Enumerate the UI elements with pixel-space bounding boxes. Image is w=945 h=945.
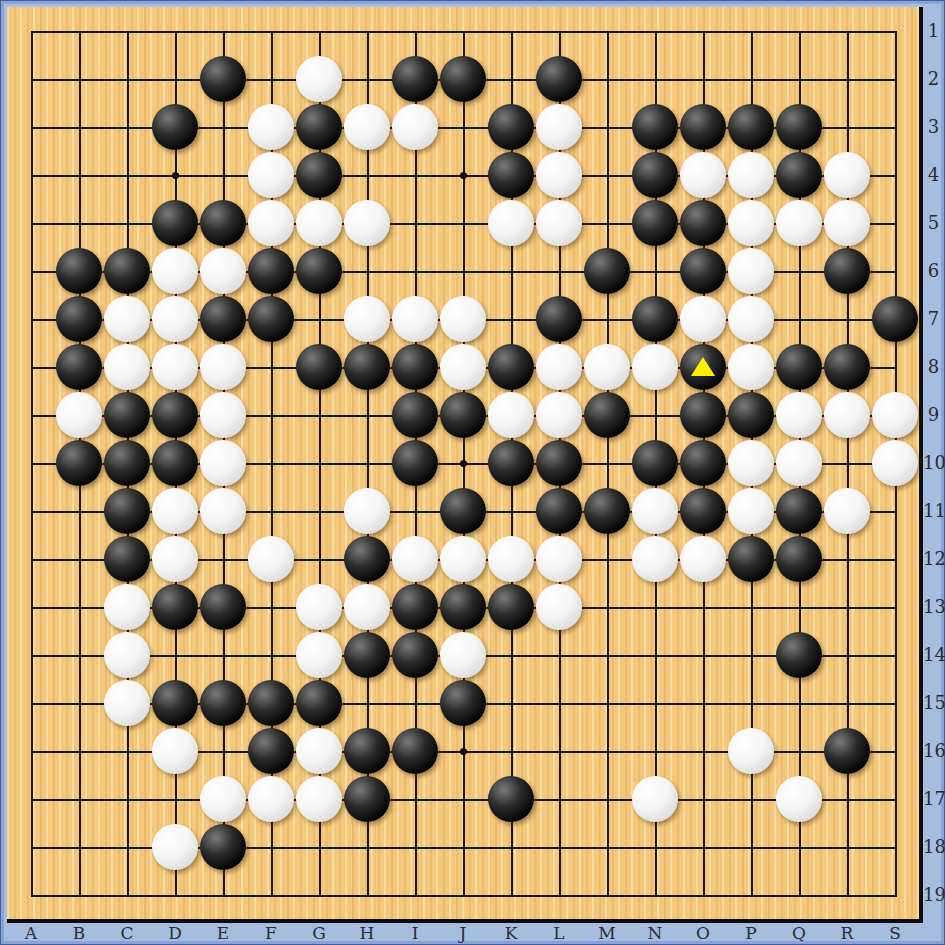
board-cell[interactable] <box>391 343 439 391</box>
board-cell[interactable] <box>7 823 55 871</box>
board-cell[interactable] <box>247 199 295 247</box>
board-cell[interactable] <box>823 199 871 247</box>
board-cell[interactable] <box>631 871 679 919</box>
board-cell[interactable] <box>583 535 631 583</box>
board-cell[interactable] <box>631 103 679 151</box>
board-cell[interactable] <box>199 295 247 343</box>
board-cell[interactable] <box>247 7 295 55</box>
board-cell[interactable] <box>727 247 775 295</box>
board-cell[interactable] <box>55 679 103 727</box>
board-cell[interactable] <box>679 151 727 199</box>
board-cell[interactable] <box>55 295 103 343</box>
board-intersections[interactable] <box>7 7 919 919</box>
board-cell[interactable] <box>7 103 55 151</box>
board-cell[interactable] <box>727 775 775 823</box>
board-cell[interactable] <box>487 439 535 487</box>
board-cell[interactable] <box>7 871 55 919</box>
board-cell[interactable] <box>775 247 823 295</box>
board-cell[interactable] <box>535 487 583 535</box>
board-cell[interactable] <box>439 583 487 631</box>
board-cell[interactable] <box>55 55 103 103</box>
board-cell[interactable] <box>535 391 583 439</box>
board-cell[interactable] <box>871 343 919 391</box>
board-cell[interactable] <box>103 103 151 151</box>
board-cell[interactable] <box>871 871 919 919</box>
board-cell[interactable] <box>679 535 727 583</box>
board-cell[interactable] <box>343 823 391 871</box>
board-cell[interactable] <box>823 103 871 151</box>
board-cell[interactable] <box>343 391 391 439</box>
board-cell[interactable] <box>583 7 631 55</box>
board-cell[interactable] <box>343 727 391 775</box>
board-cell[interactable] <box>391 487 439 535</box>
board-cell[interactable] <box>151 103 199 151</box>
board-cell[interactable] <box>391 391 439 439</box>
board-cell[interactable] <box>343 247 391 295</box>
board-cell[interactable] <box>103 439 151 487</box>
board-cell[interactable] <box>343 439 391 487</box>
board-cell[interactable] <box>535 871 583 919</box>
board-cell[interactable] <box>103 487 151 535</box>
board-cell[interactable] <box>583 151 631 199</box>
board-cell[interactable] <box>343 487 391 535</box>
board-cell[interactable] <box>151 439 199 487</box>
board-cell[interactable] <box>151 727 199 775</box>
board-cell[interactable] <box>199 583 247 631</box>
board-cell[interactable] <box>775 871 823 919</box>
board-cell[interactable] <box>295 679 343 727</box>
board-cell[interactable] <box>295 439 343 487</box>
board-cell[interactable] <box>103 631 151 679</box>
board-cell[interactable] <box>775 199 823 247</box>
board-cell[interactable] <box>55 7 103 55</box>
board-cell[interactable] <box>583 55 631 103</box>
board-cell[interactable] <box>535 103 583 151</box>
board-cell[interactable] <box>391 871 439 919</box>
board-cell[interactable] <box>103 583 151 631</box>
board-cell[interactable] <box>295 55 343 103</box>
board-cell[interactable] <box>247 823 295 871</box>
board-cell[interactable] <box>679 487 727 535</box>
board-cell[interactable] <box>295 727 343 775</box>
board-cell[interactable] <box>391 103 439 151</box>
board-cell[interactable] <box>103 535 151 583</box>
board-cell[interactable] <box>391 535 439 583</box>
board-cell[interactable] <box>535 295 583 343</box>
board-cell[interactable] <box>151 295 199 343</box>
board-cell[interactable] <box>343 679 391 727</box>
board-cell[interactable] <box>151 535 199 583</box>
board-cell[interactable] <box>247 775 295 823</box>
board-cell[interactable] <box>823 151 871 199</box>
board-cell[interactable] <box>631 631 679 679</box>
board-cell[interactable] <box>679 775 727 823</box>
board-cell[interactable] <box>823 631 871 679</box>
board-cell[interactable] <box>7 439 55 487</box>
board-cell[interactable] <box>583 343 631 391</box>
board-cell[interactable] <box>439 55 487 103</box>
board-cell[interactable] <box>343 151 391 199</box>
board-cell[interactable] <box>55 631 103 679</box>
board-cell[interactable] <box>679 679 727 727</box>
board-cell[interactable] <box>55 247 103 295</box>
board-cell[interactable] <box>247 343 295 391</box>
board-cell[interactable] <box>823 7 871 55</box>
board-cell[interactable] <box>535 535 583 583</box>
board-cell[interactable] <box>535 823 583 871</box>
board-cell[interactable] <box>103 151 151 199</box>
board-cell[interactable] <box>727 343 775 391</box>
board-cell[interactable] <box>871 7 919 55</box>
board-cell[interactable] <box>55 727 103 775</box>
board-cell[interactable] <box>871 391 919 439</box>
board-cell[interactable] <box>55 823 103 871</box>
board-cell[interactable] <box>199 727 247 775</box>
board-cell[interactable] <box>535 343 583 391</box>
board-cell[interactable] <box>583 103 631 151</box>
board-cell[interactable] <box>631 535 679 583</box>
board-cell[interactable] <box>679 871 727 919</box>
board-cell[interactable] <box>391 775 439 823</box>
board-cell[interactable] <box>55 151 103 199</box>
board-cell[interactable] <box>775 679 823 727</box>
board-cell[interactable] <box>487 823 535 871</box>
board-cell[interactable] <box>871 439 919 487</box>
board-cell[interactable] <box>151 631 199 679</box>
board-cell[interactable] <box>295 583 343 631</box>
board-cell[interactable] <box>247 583 295 631</box>
board-cell[interactable] <box>679 55 727 103</box>
board-cell[interactable] <box>631 823 679 871</box>
board-cell[interactable] <box>247 103 295 151</box>
board-cell[interactable] <box>151 823 199 871</box>
board-cell[interactable] <box>727 583 775 631</box>
board-cell[interactable] <box>103 391 151 439</box>
board-cell[interactable] <box>487 535 535 583</box>
board-cell[interactable] <box>487 679 535 727</box>
board-cell[interactable] <box>535 727 583 775</box>
board-cell[interactable] <box>823 295 871 343</box>
board-cell[interactable] <box>199 247 247 295</box>
board-cell[interactable] <box>775 535 823 583</box>
board-cell[interactable] <box>487 487 535 535</box>
board-cell[interactable] <box>151 247 199 295</box>
board-cell[interactable] <box>7 7 55 55</box>
board-cell[interactable] <box>439 151 487 199</box>
board-cell[interactable] <box>343 199 391 247</box>
board-cell[interactable] <box>391 583 439 631</box>
board-cell[interactable] <box>727 487 775 535</box>
board-cell[interactable] <box>631 295 679 343</box>
board-cell[interactable] <box>823 55 871 103</box>
board-cell[interactable] <box>535 199 583 247</box>
board-cell[interactable] <box>295 775 343 823</box>
board-cell[interactable] <box>871 823 919 871</box>
board-cell[interactable] <box>7 775 55 823</box>
board-cell[interactable] <box>775 391 823 439</box>
board-cell[interactable] <box>199 55 247 103</box>
board-cell[interactable] <box>679 199 727 247</box>
board-cell[interactable] <box>487 151 535 199</box>
board-cell[interactable] <box>151 487 199 535</box>
board-cell[interactable] <box>55 871 103 919</box>
board-cell[interactable] <box>295 487 343 535</box>
board-cell[interactable] <box>439 295 487 343</box>
board-cell[interactable] <box>823 679 871 727</box>
board-cell[interactable] <box>391 295 439 343</box>
board-cell[interactable] <box>295 151 343 199</box>
board-cell[interactable] <box>151 55 199 103</box>
board-cell[interactable] <box>295 7 343 55</box>
board-cell[interactable] <box>583 631 631 679</box>
board-cell[interactable] <box>727 7 775 55</box>
board-cell[interactable] <box>295 871 343 919</box>
board-cell[interactable] <box>679 103 727 151</box>
board-cell[interactable] <box>727 823 775 871</box>
board-cell[interactable] <box>199 343 247 391</box>
board-cell[interactable] <box>487 871 535 919</box>
board-cell[interactable] <box>487 775 535 823</box>
board-cell[interactable] <box>439 775 487 823</box>
board-cell[interactable] <box>631 487 679 535</box>
board-cell[interactable] <box>631 247 679 295</box>
board-cell[interactable] <box>343 103 391 151</box>
board-cell[interactable] <box>199 199 247 247</box>
board-cell[interactable] <box>487 55 535 103</box>
board-cell[interactable] <box>151 343 199 391</box>
board-cell[interactable] <box>487 727 535 775</box>
board-cell[interactable] <box>55 103 103 151</box>
board-cell[interactable] <box>823 823 871 871</box>
board-cell[interactable] <box>823 439 871 487</box>
board-cell[interactable] <box>199 871 247 919</box>
board-cell[interactable] <box>199 823 247 871</box>
board-cell[interactable] <box>871 55 919 103</box>
board-cell[interactable] <box>55 583 103 631</box>
board-cell[interactable] <box>631 391 679 439</box>
board-cell[interactable] <box>295 247 343 295</box>
board-cell[interactable] <box>535 631 583 679</box>
board-cell[interactable] <box>535 775 583 823</box>
board-cell[interactable] <box>823 247 871 295</box>
board-cell[interactable] <box>775 343 823 391</box>
board-cell[interactable] <box>823 487 871 535</box>
board-cell[interactable] <box>391 7 439 55</box>
board-cell[interactable] <box>679 7 727 55</box>
board-cell[interactable] <box>679 295 727 343</box>
board-cell[interactable] <box>295 631 343 679</box>
board-cell[interactable] <box>871 151 919 199</box>
board-cell[interactable] <box>199 151 247 199</box>
board-cell[interactable] <box>583 727 631 775</box>
board-cell[interactable] <box>103 199 151 247</box>
board-cell[interactable] <box>871 103 919 151</box>
board-cell[interactable] <box>583 199 631 247</box>
board-cell[interactable] <box>247 487 295 535</box>
board-cell[interactable] <box>247 55 295 103</box>
board-cell[interactable] <box>151 7 199 55</box>
board-cell[interactable] <box>583 247 631 295</box>
board-cell[interactable] <box>775 55 823 103</box>
board-cell[interactable] <box>631 727 679 775</box>
board-cell[interactable] <box>247 151 295 199</box>
board-cell[interactable] <box>247 247 295 295</box>
board-cell[interactable] <box>727 55 775 103</box>
board-cell[interactable] <box>55 535 103 583</box>
board-cell[interactable] <box>583 295 631 343</box>
board-cell[interactable] <box>391 151 439 199</box>
board-cell[interactable] <box>7 343 55 391</box>
board-cell[interactable] <box>103 55 151 103</box>
board-cell[interactable] <box>247 295 295 343</box>
board-cell[interactable] <box>871 535 919 583</box>
board-cell[interactable] <box>631 55 679 103</box>
board-cell[interactable] <box>871 583 919 631</box>
board-cell[interactable] <box>679 823 727 871</box>
board-cell[interactable] <box>535 679 583 727</box>
board-cell[interactable] <box>631 679 679 727</box>
board-cell[interactable] <box>103 247 151 295</box>
board-cell[interactable] <box>823 871 871 919</box>
board-cell[interactable] <box>439 679 487 727</box>
board-cell[interactable] <box>247 391 295 439</box>
board-cell[interactable] <box>199 775 247 823</box>
board-cell[interactable] <box>295 199 343 247</box>
board-cell[interactable] <box>391 439 439 487</box>
board-cell[interactable] <box>7 55 55 103</box>
board-cell[interactable] <box>295 295 343 343</box>
board-cell[interactable] <box>55 775 103 823</box>
board-cell[interactable] <box>583 487 631 535</box>
board-cell[interactable] <box>391 55 439 103</box>
board-cell[interactable] <box>247 631 295 679</box>
board-cell[interactable] <box>727 295 775 343</box>
board-cell[interactable] <box>727 151 775 199</box>
board-cell[interactable] <box>823 535 871 583</box>
board-cell[interactable] <box>343 7 391 55</box>
board-cell[interactable] <box>871 247 919 295</box>
board-cell[interactable] <box>871 487 919 535</box>
board-cell[interactable] <box>103 343 151 391</box>
board-cell[interactable] <box>631 775 679 823</box>
board-cell[interactable] <box>7 727 55 775</box>
board-cell[interactable] <box>871 727 919 775</box>
board-cell[interactable] <box>775 295 823 343</box>
board-cell[interactable] <box>247 439 295 487</box>
board-cell[interactable] <box>487 583 535 631</box>
board-cell[interactable] <box>439 439 487 487</box>
board-cell[interactable] <box>775 439 823 487</box>
board-cell[interactable] <box>199 631 247 679</box>
board-cell[interactable] <box>487 7 535 55</box>
board-cell[interactable] <box>727 679 775 727</box>
board-cell[interactable] <box>295 535 343 583</box>
board-cell[interactable] <box>247 679 295 727</box>
board-cell[interactable] <box>679 247 727 295</box>
board-cell[interactable] <box>439 871 487 919</box>
board-cell[interactable] <box>487 295 535 343</box>
board-cell[interactable] <box>583 679 631 727</box>
board-cell[interactable] <box>55 487 103 535</box>
board-cell[interactable] <box>487 343 535 391</box>
board-cell[interactable] <box>343 295 391 343</box>
board-cell[interactable] <box>727 871 775 919</box>
board-cell[interactable] <box>727 103 775 151</box>
board-cell[interactable] <box>487 391 535 439</box>
board-cell[interactable] <box>583 775 631 823</box>
board-cell[interactable] <box>775 583 823 631</box>
board-cell[interactable] <box>103 775 151 823</box>
board-cell[interactable] <box>199 391 247 439</box>
board-cell[interactable] <box>199 439 247 487</box>
board-cell[interactable] <box>535 439 583 487</box>
board-cell[interactable] <box>103 679 151 727</box>
board-cell[interactable] <box>535 55 583 103</box>
board-cell[interactable] <box>775 151 823 199</box>
board-cell[interactable] <box>727 391 775 439</box>
board-cell[interactable] <box>151 871 199 919</box>
board-cell[interactable] <box>583 871 631 919</box>
board-cell[interactable] <box>7 199 55 247</box>
board-cell[interactable] <box>295 823 343 871</box>
board-cell[interactable] <box>199 679 247 727</box>
board-cell[interactable] <box>391 727 439 775</box>
board-cell[interactable] <box>343 583 391 631</box>
board-cell[interactable] <box>727 199 775 247</box>
board-cell[interactable] <box>151 199 199 247</box>
board-cell[interactable] <box>199 487 247 535</box>
board-cell[interactable] <box>439 103 487 151</box>
board-cell[interactable] <box>439 7 487 55</box>
board-cell[interactable] <box>823 775 871 823</box>
board-cell[interactable] <box>199 7 247 55</box>
board-cell[interactable] <box>727 631 775 679</box>
board-cell[interactable] <box>487 103 535 151</box>
board-cell[interactable] <box>727 439 775 487</box>
board-cell[interactable] <box>343 343 391 391</box>
board-cell[interactable] <box>7 151 55 199</box>
board-cell[interactable] <box>247 727 295 775</box>
board-cell[interactable] <box>7 631 55 679</box>
board-cell[interactable] <box>7 583 55 631</box>
board-cell[interactable] <box>823 343 871 391</box>
board-cell[interactable] <box>7 487 55 535</box>
board-cell[interactable] <box>679 631 727 679</box>
board-cell[interactable] <box>871 295 919 343</box>
board-cell[interactable] <box>151 679 199 727</box>
board-cell[interactable] <box>55 391 103 439</box>
board-cell[interactable] <box>151 775 199 823</box>
board-cell[interactable] <box>871 631 919 679</box>
board-cell[interactable] <box>631 151 679 199</box>
board-cell[interactable] <box>823 583 871 631</box>
board-cell[interactable] <box>823 727 871 775</box>
board-cell[interactable] <box>631 439 679 487</box>
board-cell[interactable] <box>583 583 631 631</box>
board-cell[interactable] <box>55 439 103 487</box>
board-cell[interactable] <box>679 583 727 631</box>
board-cell[interactable] <box>103 871 151 919</box>
board-cell[interactable] <box>439 727 487 775</box>
board-cell[interactable] <box>439 247 487 295</box>
board-cell[interactable] <box>7 295 55 343</box>
board-cell[interactable] <box>55 343 103 391</box>
board-cell[interactable] <box>151 391 199 439</box>
board-cell[interactable] <box>631 583 679 631</box>
board-cell[interactable] <box>391 631 439 679</box>
board-cell[interactable] <box>775 487 823 535</box>
board-cell[interactable] <box>7 391 55 439</box>
